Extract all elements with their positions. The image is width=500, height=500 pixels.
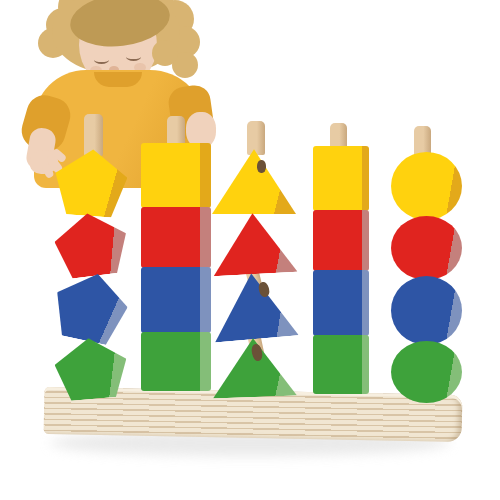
block-blue-circle <box>391 276 462 345</box>
block-green-square <box>313 335 369 394</box>
block-blue-cube <box>141 267 211 333</box>
block-yellow-square <box>313 146 369 211</box>
left-eye <box>94 56 109 64</box>
block-red-square <box>313 210 369 271</box>
block-green-circle <box>391 341 462 403</box>
product-photo-scene <box>0 0 500 500</box>
block-yellow-circle <box>391 152 462 220</box>
block-green-cube <box>141 332 211 391</box>
block-red-cube <box>141 207 211 268</box>
peg-triangle <box>247 121 265 155</box>
block-red-circle <box>391 216 462 280</box>
hair-curl-side <box>152 40 178 66</box>
block-blue-square <box>313 270 369 336</box>
peg-hole <box>257 160 266 173</box>
shirt-collar <box>94 72 142 87</box>
right-eye <box>126 53 141 61</box>
block-yellow-cube <box>141 143 211 208</box>
